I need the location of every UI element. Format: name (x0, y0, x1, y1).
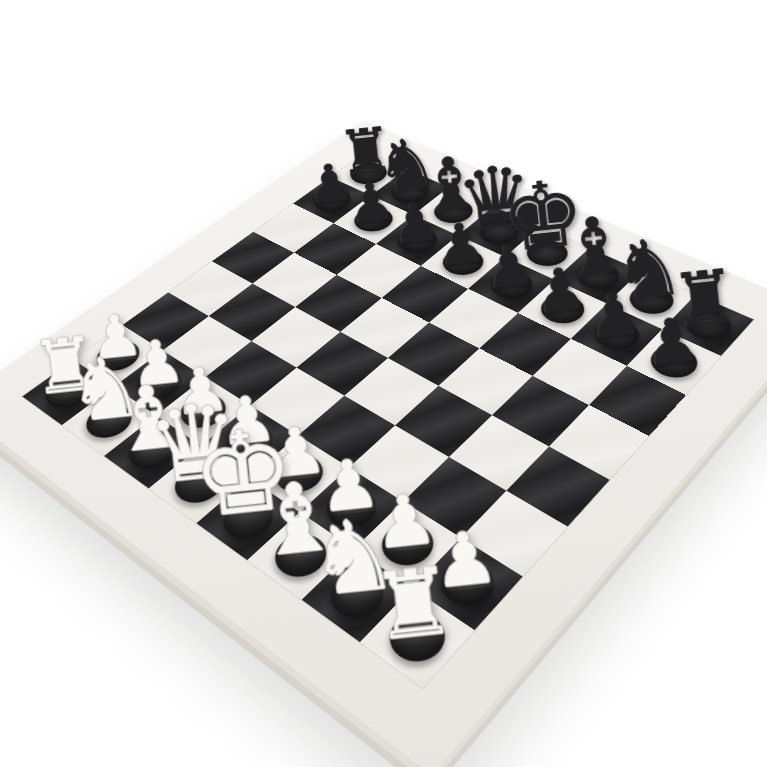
square-h7[interactable]: ♟ (627, 329, 721, 395)
chess-board: ♜♞♝♛♚♝♞♜♟♟♟♟♟♟♟♟♟♟♟♟♟♟♟♟♜♞♝♛♚♝♞♜ (0, 120, 767, 767)
product-photo-chess-set: ♜♞♝♛♚♝♞♜♟♟♟♟♟♟♟♟♟♟♟♟♟♟♟♟♜♞♝♛♚♝♞♜ (0, 0, 767, 767)
black-pawn-icon: ♟ (641, 307, 703, 374)
board-squares: ♜♞♝♛♚♝♞♜♟♟♟♟♟♟♟♟♟♟♟♟♟♟♟♟♜♞♝♛♚♝♞♜ (22, 151, 753, 687)
